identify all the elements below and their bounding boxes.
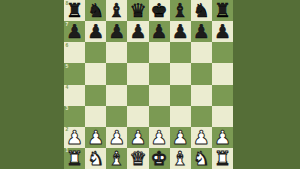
- square-a1[interactable]: 1♜: [64, 148, 85, 169]
- square-e8[interactable]: ♚: [149, 0, 170, 21]
- square-c3[interactable]: [106, 106, 127, 127]
- square-d3[interactable]: [127, 106, 148, 127]
- piece-black-rook[interactable]: ♜: [214, 1, 231, 20]
- piece-black-pawn[interactable]: ♟: [87, 22, 104, 41]
- square-e1[interactable]: ♚: [149, 148, 170, 169]
- square-g3[interactable]: [191, 106, 212, 127]
- square-g6[interactable]: [191, 42, 212, 63]
- piece-white-king[interactable]: ♚: [151, 148, 168, 167]
- rank-label-6: 6: [66, 43, 69, 48]
- square-a3[interactable]: 3: [64, 106, 85, 127]
- piece-white-knight[interactable]: ♞: [193, 148, 210, 167]
- square-b8[interactable]: ♞: [85, 0, 106, 21]
- square-b1[interactable]: ♞: [85, 148, 106, 169]
- square-c4[interactable]: [106, 85, 127, 106]
- piece-black-knight[interactable]: ♞: [87, 1, 104, 20]
- square-g8[interactable]: ♞: [191, 0, 212, 21]
- square-f1[interactable]: ♝: [170, 148, 191, 169]
- chess-board: 8♜♞♝♛♚♝♞♜7♟♟♟♟♟♟♟♟65432♟♟♟♟♟♟♟♟1♜♞♝♛♚♝♞♜: [64, 0, 233, 169]
- square-f3[interactable]: [170, 106, 191, 127]
- piece-white-pawn[interactable]: ♟: [151, 127, 168, 146]
- rank-label-3: 3: [66, 106, 69, 111]
- square-d8[interactable]: ♛: [127, 0, 148, 21]
- square-h7[interactable]: ♟: [212, 21, 233, 42]
- piece-white-pawn[interactable]: ♟: [66, 127, 83, 146]
- square-b5[interactable]: [85, 63, 106, 84]
- piece-black-pawn[interactable]: ♟: [129, 22, 146, 41]
- square-c6[interactable]: [106, 42, 127, 63]
- square-h2[interactable]: ♟: [212, 127, 233, 148]
- square-d4[interactable]: [127, 85, 148, 106]
- app-background: { "game": "chess", "position": { "fen": …: [0, 0, 300, 169]
- square-f7[interactable]: ♟: [170, 21, 191, 42]
- piece-black-pawn[interactable]: ♟: [151, 22, 168, 41]
- square-h8[interactable]: ♜: [212, 0, 233, 21]
- square-h3[interactable]: [212, 106, 233, 127]
- square-e6[interactable]: [149, 42, 170, 63]
- piece-black-knight[interactable]: ♞: [193, 1, 210, 20]
- piece-black-pawn[interactable]: ♟: [66, 22, 83, 41]
- square-f5[interactable]: [170, 63, 191, 84]
- square-b3[interactable]: [85, 106, 106, 127]
- rank-label-5: 5: [66, 64, 69, 69]
- piece-white-rook[interactable]: ♜: [66, 148, 83, 167]
- square-b2[interactable]: ♟: [85, 127, 106, 148]
- square-d6[interactable]: [127, 42, 148, 63]
- square-b7[interactable]: ♟: [85, 21, 106, 42]
- piece-white-queen[interactable]: ♛: [129, 148, 146, 167]
- square-h6[interactable]: [212, 42, 233, 63]
- square-e4[interactable]: [149, 85, 170, 106]
- square-d2[interactable]: ♟: [127, 127, 148, 148]
- square-f2[interactable]: ♟: [170, 127, 191, 148]
- square-a7[interactable]: 7♟: [64, 21, 85, 42]
- piece-black-pawn[interactable]: ♟: [108, 22, 125, 41]
- square-d1[interactable]: ♛: [127, 148, 148, 169]
- square-c2[interactable]: ♟: [106, 127, 127, 148]
- piece-black-queen[interactable]: ♛: [129, 1, 146, 20]
- square-e5[interactable]: [149, 63, 170, 84]
- square-g7[interactable]: ♟: [191, 21, 212, 42]
- square-f4[interactable]: [170, 85, 191, 106]
- square-h4[interactable]: [212, 85, 233, 106]
- square-c8[interactable]: ♝: [106, 0, 127, 21]
- piece-white-pawn[interactable]: ♟: [108, 127, 125, 146]
- piece-white-pawn[interactable]: ♟: [87, 127, 104, 146]
- square-d5[interactable]: [127, 63, 148, 84]
- piece-white-pawn[interactable]: ♟: [214, 127, 231, 146]
- piece-black-rook[interactable]: ♜: [66, 1, 83, 20]
- piece-white-rook[interactable]: ♜: [214, 148, 231, 167]
- square-g2[interactable]: ♟: [191, 127, 212, 148]
- square-f6[interactable]: [170, 42, 191, 63]
- piece-black-bishop[interactable]: ♝: [172, 1, 189, 20]
- square-d7[interactable]: ♟: [127, 21, 148, 42]
- square-c5[interactable]: [106, 63, 127, 84]
- square-e2[interactable]: ♟: [149, 127, 170, 148]
- square-e7[interactable]: ♟: [149, 21, 170, 42]
- piece-white-bishop[interactable]: ♝: [108, 148, 125, 167]
- square-h1[interactable]: ♜: [212, 148, 233, 169]
- square-g4[interactable]: [191, 85, 212, 106]
- square-b4[interactable]: [85, 85, 106, 106]
- piece-white-pawn[interactable]: ♟: [193, 127, 210, 146]
- piece-black-bishop[interactable]: ♝: [108, 1, 125, 20]
- piece-white-pawn[interactable]: ♟: [172, 127, 189, 146]
- piece-black-pawn[interactable]: ♟: [214, 22, 231, 41]
- piece-black-pawn[interactable]: ♟: [172, 22, 189, 41]
- square-b6[interactable]: [85, 42, 106, 63]
- square-a5[interactable]: 5: [64, 63, 85, 84]
- square-a8[interactable]: 8♜: [64, 0, 85, 21]
- piece-white-pawn[interactable]: ♟: [129, 127, 146, 146]
- square-a4[interactable]: 4: [64, 85, 85, 106]
- rank-label-4: 4: [66, 85, 69, 90]
- square-a2[interactable]: 2♟: [64, 127, 85, 148]
- square-g1[interactable]: ♞: [191, 148, 212, 169]
- square-c7[interactable]: ♟: [106, 21, 127, 42]
- square-c1[interactable]: ♝: [106, 148, 127, 169]
- piece-white-knight[interactable]: ♞: [87, 148, 104, 167]
- square-e3[interactable]: [149, 106, 170, 127]
- piece-white-bishop[interactable]: ♝: [172, 148, 189, 167]
- square-f8[interactable]: ♝: [170, 0, 191, 21]
- square-h5[interactable]: [212, 63, 233, 84]
- square-a6[interactable]: 6: [64, 42, 85, 63]
- piece-black-king[interactable]: ♚: [151, 1, 168, 20]
- piece-black-pawn[interactable]: ♟: [193, 22, 210, 41]
- square-g5[interactable]: [191, 63, 212, 84]
